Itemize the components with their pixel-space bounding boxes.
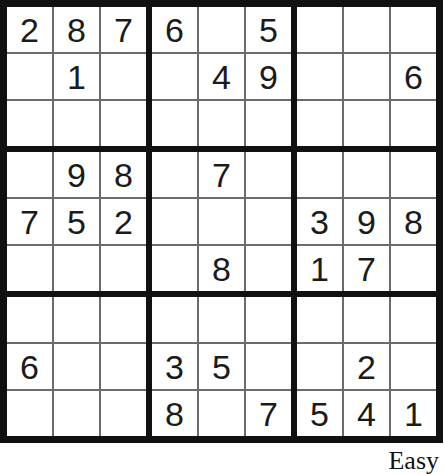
cell-r7c3-empty[interactable] <box>101 297 146 342</box>
box-3-2: 3587 <box>152 297 291 436</box>
cell-r1c8-empty[interactable] <box>344 7 389 52</box>
cell-r7c5-empty[interactable] <box>199 297 244 342</box>
box-2-2: 78 <box>152 152 291 291</box>
cell-r4c8-empty[interactable] <box>344 152 389 197</box>
cell-r9c4-given[interactable]: 8 <box>152 391 197 436</box>
cell-r6c9-empty[interactable] <box>391 246 436 291</box>
difficulty-label: Easy <box>0 443 443 474</box>
cell-r7c6-empty[interactable] <box>246 297 291 342</box>
cell-r5c9-given[interactable]: 8 <box>391 199 436 244</box>
cell-r4c5-given[interactable]: 7 <box>199 152 244 197</box>
cell-r7c7-empty[interactable] <box>297 297 342 342</box>
cell-r6c1-empty[interactable] <box>7 246 52 291</box>
cell-r9c5-empty[interactable] <box>199 391 244 436</box>
cell-r3c2-empty[interactable] <box>54 101 99 146</box>
cell-r2c3-empty[interactable] <box>101 54 146 99</box>
cell-r2c1-empty[interactable] <box>7 54 52 99</box>
cell-r6c6-empty[interactable] <box>246 246 291 291</box>
box-2-1: 98752 <box>7 152 146 291</box>
cell-r9c9-given[interactable]: 1 <box>391 391 436 436</box>
cell-r1c9-empty[interactable] <box>391 7 436 52</box>
cell-r3c7-empty[interactable] <box>297 101 342 146</box>
cell-r9c6-given[interactable]: 7 <box>246 391 291 436</box>
cell-r1c2-given[interactable]: 8 <box>54 7 99 52</box>
cell-r9c3-empty[interactable] <box>101 391 146 436</box>
cell-r2c8-empty[interactable] <box>344 54 389 99</box>
cell-r7c1-empty[interactable] <box>7 297 52 342</box>
cell-r8c5-given[interactable]: 5 <box>199 344 244 389</box>
cell-r3c8-empty[interactable] <box>344 101 389 146</box>
cell-r8c9-empty[interactable] <box>391 344 436 389</box>
cell-r8c1-given[interactable]: 6 <box>7 344 52 389</box>
cell-r5c7-given[interactable]: 3 <box>297 199 342 244</box>
cell-r9c1-empty[interactable] <box>7 391 52 436</box>
cell-r8c4-given[interactable]: 3 <box>152 344 197 389</box>
cell-r3c9-empty[interactable] <box>391 101 436 146</box>
cell-r6c2-empty[interactable] <box>54 246 99 291</box>
cell-r3c6-empty[interactable] <box>246 101 291 146</box>
cell-r9c2-empty[interactable] <box>54 391 99 436</box>
cell-r8c7-empty[interactable] <box>297 344 342 389</box>
cell-r8c3-empty[interactable] <box>101 344 146 389</box>
cell-r5c3-given[interactable]: 2 <box>101 199 146 244</box>
sudoku-page: 287165496987527839817635872541 Easy <box>0 0 444 474</box>
cell-r9c8-given[interactable]: 4 <box>344 391 389 436</box>
cell-r1c1-given[interactable]: 2 <box>7 7 52 52</box>
cell-r5c1-given[interactable]: 7 <box>7 199 52 244</box>
cell-r4c4-empty[interactable] <box>152 152 197 197</box>
cell-r2c9-given[interactable]: 6 <box>391 54 436 99</box>
box-1-2: 6549 <box>152 7 291 146</box>
box-3-1: 6 <box>7 297 146 436</box>
cell-r5c4-empty[interactable] <box>152 199 197 244</box>
cell-r5c2-given[interactable]: 5 <box>54 199 99 244</box>
cell-r4c9-empty[interactable] <box>391 152 436 197</box>
cell-r2c7-empty[interactable] <box>297 54 342 99</box>
box-1-1: 2871 <box>7 7 146 146</box>
cell-r5c8-given[interactable]: 9 <box>344 199 389 244</box>
cell-r4c1-empty[interactable] <box>7 152 52 197</box>
cell-r6c7-given[interactable]: 1 <box>297 246 342 291</box>
cell-r3c3-empty[interactable] <box>101 101 146 146</box>
cell-r4c7-empty[interactable] <box>297 152 342 197</box>
box-2-3: 39817 <box>297 152 436 291</box>
cell-r1c5-empty[interactable] <box>199 7 244 52</box>
cell-r1c4-given[interactable]: 6 <box>152 7 197 52</box>
cell-r2c5-given[interactable]: 4 <box>199 54 244 99</box>
cell-r6c3-empty[interactable] <box>101 246 146 291</box>
cell-r7c8-empty[interactable] <box>344 297 389 342</box>
cell-r6c5-given[interactable]: 8 <box>199 246 244 291</box>
cell-r1c6-given[interactable]: 5 <box>246 7 291 52</box>
cell-r4c3-given[interactable]: 8 <box>101 152 146 197</box>
cell-r7c2-empty[interactable] <box>54 297 99 342</box>
cell-r5c5-empty[interactable] <box>199 199 244 244</box>
cell-r6c8-given[interactable]: 7 <box>344 246 389 291</box>
cell-r2c2-given[interactable]: 1 <box>54 54 99 99</box>
cell-r8c6-empty[interactable] <box>246 344 291 389</box>
cell-r4c6-empty[interactable] <box>246 152 291 197</box>
cell-r3c5-empty[interactable] <box>199 101 244 146</box>
box-1-3: 6 <box>297 7 436 146</box>
cell-r1c3-given[interactable]: 7 <box>101 7 146 52</box>
cell-r2c6-given[interactable]: 9 <box>246 54 291 99</box>
cell-r8c2-empty[interactable] <box>54 344 99 389</box>
cell-r6c4-empty[interactable] <box>152 246 197 291</box>
cell-r5c6-empty[interactable] <box>246 199 291 244</box>
cell-r3c1-empty[interactable] <box>7 101 52 146</box>
cell-r1c7-empty[interactable] <box>297 7 342 52</box>
cell-r7c9-empty[interactable] <box>391 297 436 342</box>
box-3-3: 2541 <box>297 297 436 436</box>
cell-r9c7-given[interactable]: 5 <box>297 391 342 436</box>
sudoku-board: 287165496987527839817635872541 <box>0 0 443 443</box>
cell-r4c2-given[interactable]: 9 <box>54 152 99 197</box>
cell-r3c4-empty[interactable] <box>152 101 197 146</box>
cell-r2c4-empty[interactable] <box>152 54 197 99</box>
cell-r8c8-given[interactable]: 2 <box>344 344 389 389</box>
cell-r7c4-empty[interactable] <box>152 297 197 342</box>
